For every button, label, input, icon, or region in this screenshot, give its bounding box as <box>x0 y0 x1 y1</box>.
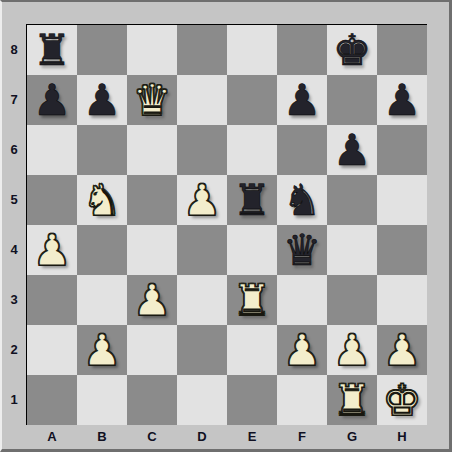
black-knight-f5[interactable]: ♞ <box>283 175 322 225</box>
file-label-f: F <box>277 427 327 449</box>
square-h5[interactable] <box>377 175 427 225</box>
square-e3[interactable]: ♜ <box>227 275 277 325</box>
square-b2[interactable]: ♟ <box>77 325 127 375</box>
square-g7[interactable] <box>327 75 377 125</box>
square-c6[interactable] <box>127 125 177 175</box>
black-pawn-h7[interactable]: ♟ <box>383 75 422 125</box>
white-pawn-c3[interactable]: ♟ <box>133 275 172 325</box>
square-d5[interactable]: ♟ <box>177 175 227 225</box>
black-pawn-b7[interactable]: ♟ <box>83 75 122 125</box>
square-d2[interactable] <box>177 325 227 375</box>
square-g2[interactable]: ♟ <box>327 325 377 375</box>
file-label-d: D <box>177 427 227 449</box>
square-h2[interactable]: ♟ <box>377 325 427 375</box>
file-label-e: E <box>227 427 277 449</box>
square-a8[interactable]: ♜ <box>27 25 77 75</box>
square-a6[interactable] <box>27 125 77 175</box>
square-c8[interactable] <box>127 25 177 75</box>
black-pawn-g6[interactable]: ♟ <box>333 125 372 175</box>
white-king-h1[interactable]: ♚ <box>383 375 422 425</box>
square-h3[interactable] <box>377 275 427 325</box>
board-border: ♜♚♟♟♛♟♟♟♞♟♜♞♟♛♟♜♟♟♟♟♜♚ <box>26 24 427 425</box>
square-a1[interactable] <box>27 375 77 425</box>
file-labels: ABCDEFGH <box>27 427 427 449</box>
square-b4[interactable] <box>77 225 127 275</box>
square-d4[interactable] <box>177 225 227 275</box>
white-pawn-d5[interactable]: ♟ <box>183 175 222 225</box>
black-rook-e5[interactable]: ♜ <box>233 175 272 225</box>
white-knight-b5[interactable]: ♞ <box>83 175 122 225</box>
square-f8[interactable] <box>277 25 327 75</box>
rank-label-5: 5 <box>2 175 26 225</box>
chessboard-frame: 87654321 ♜♚♟♟♛♟♟♟♞♟♜♞♟♛♟♜♟♟♟♟♜♚ ABCDEFGH <box>0 0 452 452</box>
black-pawn-a7[interactable]: ♟ <box>33 75 72 125</box>
square-c7[interactable]: ♛ <box>127 75 177 125</box>
square-g4[interactable] <box>327 225 377 275</box>
square-a3[interactable] <box>27 275 77 325</box>
square-f7[interactable]: ♟ <box>277 75 327 125</box>
square-a7[interactable]: ♟ <box>27 75 77 125</box>
white-pawn-f2[interactable]: ♟ <box>283 325 322 375</box>
square-g5[interactable] <box>327 175 377 225</box>
square-c1[interactable] <box>127 375 177 425</box>
black-pawn-f7[interactable]: ♟ <box>283 75 322 125</box>
square-a5[interactable] <box>27 175 77 225</box>
board-grid: ♜♚♟♟♛♟♟♟♞♟♜♞♟♛♟♜♟♟♟♟♜♚ <box>27 25 427 425</box>
square-d7[interactable] <box>177 75 227 125</box>
file-label-b: B <box>77 427 127 449</box>
square-b6[interactable] <box>77 125 127 175</box>
square-f1[interactable] <box>277 375 327 425</box>
square-d6[interactable] <box>177 125 227 175</box>
file-label-h: H <box>377 427 427 449</box>
square-g1[interactable]: ♜ <box>327 375 377 425</box>
file-label-g: G <box>327 427 377 449</box>
black-king-g8[interactable]: ♚ <box>333 25 372 75</box>
square-e1[interactable] <box>227 375 277 425</box>
square-c3[interactable]: ♟ <box>127 275 177 325</box>
square-h4[interactable] <box>377 225 427 275</box>
square-b3[interactable] <box>77 275 127 325</box>
white-queen-c7[interactable]: ♛ <box>133 75 172 125</box>
square-c5[interactable] <box>127 175 177 225</box>
square-h6[interactable] <box>377 125 427 175</box>
square-a4[interactable]: ♟ <box>27 225 77 275</box>
square-c4[interactable] <box>127 225 177 275</box>
square-b8[interactable] <box>77 25 127 75</box>
white-rook-e3[interactable]: ♜ <box>233 275 272 325</box>
square-b1[interactable] <box>77 375 127 425</box>
file-label-a: A <box>27 427 77 449</box>
square-h7[interactable]: ♟ <box>377 75 427 125</box>
square-e8[interactable] <box>227 25 277 75</box>
square-e4[interactable] <box>227 225 277 275</box>
square-h8[interactable] <box>377 25 427 75</box>
rank-label-1: 1 <box>2 375 26 425</box>
square-g6[interactable]: ♟ <box>327 125 377 175</box>
white-pawn-h2[interactable]: ♟ <box>383 325 422 375</box>
white-pawn-g2[interactable]: ♟ <box>333 325 372 375</box>
square-f5[interactable]: ♞ <box>277 175 327 225</box>
square-d1[interactable] <box>177 375 227 425</box>
square-a2[interactable] <box>27 325 77 375</box>
white-rook-g1[interactable]: ♜ <box>333 375 372 425</box>
square-g8[interactable]: ♚ <box>327 25 377 75</box>
square-g3[interactable] <box>327 275 377 325</box>
square-c2[interactable] <box>127 325 177 375</box>
square-b7[interactable]: ♟ <box>77 75 127 125</box>
black-rook-a8[interactable]: ♜ <box>33 25 72 75</box>
square-e5[interactable]: ♜ <box>227 175 277 225</box>
white-pawn-b2[interactable]: ♟ <box>83 325 122 375</box>
rank-label-3: 3 <box>2 275 26 325</box>
square-f2[interactable]: ♟ <box>277 325 327 375</box>
square-h1[interactable]: ♚ <box>377 375 427 425</box>
square-d8[interactable] <box>177 25 227 75</box>
square-b5[interactable]: ♞ <box>77 175 127 225</box>
black-queen-f4[interactable]: ♛ <box>283 225 322 275</box>
square-f6[interactable] <box>277 125 327 175</box>
square-f4[interactable]: ♛ <box>277 225 327 275</box>
square-e7[interactable] <box>227 75 277 125</box>
white-pawn-a4[interactable]: ♟ <box>33 225 72 275</box>
rank-label-7: 7 <box>2 75 26 125</box>
rank-label-6: 6 <box>2 125 26 175</box>
rank-label-2: 2 <box>2 325 26 375</box>
file-label-c: C <box>127 427 177 449</box>
square-e2[interactable] <box>227 325 277 375</box>
square-f3[interactable] <box>277 275 327 325</box>
square-d3[interactable] <box>177 275 227 325</box>
rank-label-4: 4 <box>2 225 26 275</box>
rank-labels: 87654321 <box>2 25 26 425</box>
square-e6[interactable] <box>227 125 277 175</box>
rank-label-8: 8 <box>2 25 26 75</box>
